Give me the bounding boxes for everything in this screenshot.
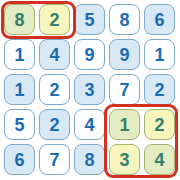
grid-cell-r4c2[interactable]: 8	[74, 144, 105, 175]
grid-cell-r2c1[interactable]: 2	[39, 74, 70, 105]
grid-cell-r1c1[interactable]: 4	[39, 39, 70, 70]
grid-cell-r0c3[interactable]: 8	[109, 4, 140, 35]
grid-cell-r3c3[interactable]: 1	[109, 109, 140, 140]
number-grid: 8258614991123725241267834	[0, 0, 179, 179]
grid-cell-r4c4[interactable]: 4	[144, 144, 175, 175]
grid-cell-r1c4[interactable]: 1	[144, 39, 175, 70]
grid-cell-r0c2[interactable]: 5	[74, 4, 105, 35]
grid-cell-r1c2[interactable]: 9	[74, 39, 105, 70]
grid-cell-r3c1[interactable]: 2	[39, 109, 70, 140]
grid-cell-r1c3[interactable]: 9	[109, 39, 140, 70]
grid-cell-r3c2[interactable]: 4	[74, 109, 105, 140]
grid-cell-r2c0[interactable]: 1	[4, 74, 35, 105]
grid-cell-r4c0[interactable]: 6	[4, 144, 35, 175]
grid-cell-r3c0[interactable]: 5	[4, 109, 35, 140]
grid-cell-r0c4[interactable]: 6	[144, 4, 175, 35]
grid-cell-r1c0[interactable]: 1	[4, 39, 35, 70]
grid-cell-r4c3[interactable]: 3	[109, 144, 140, 175]
grid-cell-r0c1[interactable]: 2	[39, 4, 70, 35]
grid-cell-r2c2[interactable]: 3	[74, 74, 105, 105]
grid-cell-r2c3[interactable]: 7	[109, 74, 140, 105]
grid-cell-r2c4[interactable]: 2	[144, 74, 175, 105]
puzzle-stage: 8258614991123725241267834	[0, 0, 180, 180]
grid-cell-r3c4[interactable]: 2	[144, 109, 175, 140]
grid-cell-r4c1[interactable]: 7	[39, 144, 70, 175]
grid-cell-r0c0[interactable]: 8	[4, 4, 35, 35]
